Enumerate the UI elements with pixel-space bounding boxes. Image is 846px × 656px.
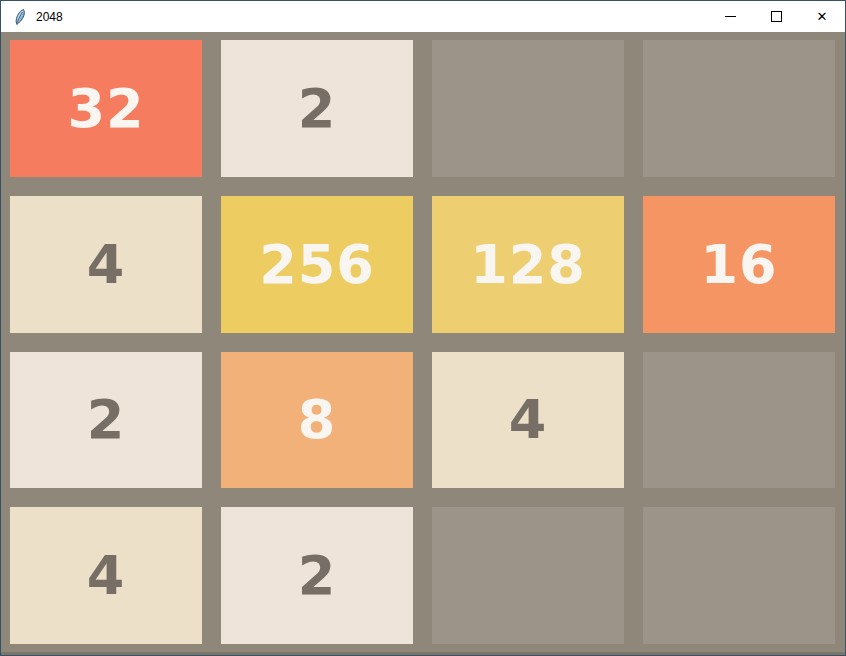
tile-2: 2 bbox=[10, 352, 202, 489]
window-title: 2048 bbox=[36, 10, 707, 24]
maximize-button[interactable] bbox=[753, 1, 799, 32]
minimize-button[interactable] bbox=[707, 1, 753, 32]
empty-cell bbox=[432, 507, 624, 644]
python-tkinter-feather-icon bbox=[12, 9, 27, 25]
tile-4: 4 bbox=[432, 352, 624, 489]
empty-cell bbox=[643, 507, 835, 644]
minimize-icon bbox=[725, 16, 736, 17]
tile-2: 2 bbox=[221, 40, 413, 177]
title-bar[interactable]: 2048 ✕ bbox=[1, 1, 845, 32]
close-button[interactable]: ✕ bbox=[799, 1, 845, 32]
tile-8: 8 bbox=[221, 352, 413, 489]
tile-32: 32 bbox=[10, 40, 202, 177]
board: 32242561281628442 bbox=[1, 32, 845, 655]
tile-4: 4 bbox=[10, 196, 202, 333]
app-window: 2048 ✕ 32242561281628442 bbox=[0, 0, 846, 656]
tile-128: 128 bbox=[432, 196, 624, 333]
tile-16: 16 bbox=[643, 196, 835, 333]
tile-4: 4 bbox=[10, 507, 202, 644]
window-bottom-edge bbox=[1, 652, 845, 655]
tile-2: 2 bbox=[221, 507, 413, 644]
empty-cell bbox=[432, 40, 624, 177]
maximize-icon bbox=[771, 11, 782, 22]
tile-256: 256 bbox=[221, 196, 413, 333]
empty-cell bbox=[643, 352, 835, 489]
close-icon: ✕ bbox=[817, 10, 828, 23]
empty-cell bbox=[643, 40, 835, 177]
